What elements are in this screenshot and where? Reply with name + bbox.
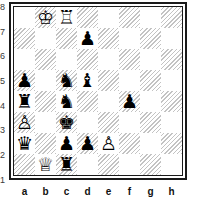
rank-label-1: 1: [0, 174, 8, 186]
file-label-d: d: [77, 186, 98, 197]
square-a6[interactable]: [14, 49, 35, 70]
square-f4[interactable]: ♟: [119, 91, 140, 112]
square-b3[interactable]: [35, 112, 56, 133]
rank-label-7: 7: [0, 26, 8, 38]
file-label-g: g: [140, 186, 161, 197]
square-b4[interactable]: [35, 91, 56, 112]
square-f1[interactable]: [119, 154, 140, 175]
square-h4[interactable]: [161, 91, 182, 112]
square-a7[interactable]: [14, 28, 35, 49]
square-d2[interactable]: ♟: [77, 133, 98, 154]
file-label-h: h: [161, 186, 182, 197]
rank-label-6: 6: [0, 50, 8, 62]
chess-diagram: 87654321 ♔♖♟♟♞♝♜♞♟♙♚♛♟♟♙♕♜ abcdefgh: [0, 0, 200, 204]
piece-black-pawn: ♟: [119, 91, 140, 112]
square-f5[interactable]: [119, 70, 140, 91]
square-g8[interactable]: [140, 7, 161, 28]
square-c8[interactable]: ♖: [56, 7, 77, 28]
square-a8[interactable]: [14, 7, 35, 28]
square-g6[interactable]: [140, 49, 161, 70]
square-h5[interactable]: [161, 70, 182, 91]
piece-black-rook: ♜: [56, 154, 77, 175]
square-h6[interactable]: [161, 49, 182, 70]
square-h8[interactable]: [161, 7, 182, 28]
square-e3[interactable]: [98, 112, 119, 133]
square-d1[interactable]: [77, 154, 98, 175]
square-c5[interactable]: ♞: [56, 70, 77, 91]
square-e6[interactable]: [98, 49, 119, 70]
square-e7[interactable]: [98, 28, 119, 49]
square-h1[interactable]: [161, 154, 182, 175]
file-label-b: b: [35, 186, 56, 197]
piece-black-pawn: ♟: [14, 70, 35, 91]
piece-white-king: ♔: [35, 7, 56, 28]
square-f2[interactable]: [119, 133, 140, 154]
square-h2[interactable]: [161, 133, 182, 154]
piece-black-pawn: ♟: [77, 28, 98, 49]
file-label-e: e: [98, 186, 119, 197]
piece-black-bishop: ♝: [77, 70, 98, 91]
chess-board-frame: ♔♖♟♟♞♝♜♞♟♙♚♛♟♟♙♕♜: [9, 2, 187, 180]
square-c2[interactable]: ♟: [56, 133, 77, 154]
square-d7[interactable]: ♟: [77, 28, 98, 49]
square-d8[interactable]: [77, 7, 98, 28]
square-b5[interactable]: [35, 70, 56, 91]
square-c1[interactable]: ♜: [56, 154, 77, 175]
piece-white-queen: ♕: [35, 154, 56, 175]
square-d3[interactable]: [77, 112, 98, 133]
square-g2[interactable]: [140, 133, 161, 154]
square-f8[interactable]: [119, 7, 140, 28]
square-e4[interactable]: [98, 91, 119, 112]
piece-white-pawn: ♙: [14, 112, 35, 133]
square-g1[interactable]: [140, 154, 161, 175]
piece-white-rook: ♖: [56, 7, 77, 28]
chess-board-border: ♔♖♟♟♞♝♜♞♟♙♚♛♟♟♙♕♜: [13, 6, 183, 176]
square-c3[interactable]: ♚: [56, 112, 77, 133]
square-h7[interactable]: [161, 28, 182, 49]
piece-black-knight: ♞: [56, 91, 77, 112]
square-g7[interactable]: [140, 28, 161, 49]
square-e2[interactable]: ♙: [98, 133, 119, 154]
piece-black-knight: ♞: [56, 70, 77, 91]
rank-label-5: 5: [0, 75, 8, 87]
file-label-a: a: [14, 186, 35, 197]
square-c4[interactable]: ♞: [56, 91, 77, 112]
rank-label-2: 2: [0, 149, 8, 161]
square-c7[interactable]: [56, 28, 77, 49]
square-h3[interactable]: [161, 112, 182, 133]
square-d5[interactable]: ♝: [77, 70, 98, 91]
rank-label-3: 3: [0, 124, 8, 136]
chess-board: ♔♖♟♟♞♝♜♞♟♙♚♛♟♟♙♕♜: [14, 7, 182, 175]
square-f7[interactable]: [119, 28, 140, 49]
piece-black-queen: ♛: [14, 133, 35, 154]
piece-black-pawn: ♟: [56, 133, 77, 154]
file-label-f: f: [119, 186, 140, 197]
square-d6[interactable]: [77, 49, 98, 70]
square-e1[interactable]: [98, 154, 119, 175]
square-c6[interactable]: [56, 49, 77, 70]
square-b2[interactable]: [35, 133, 56, 154]
square-b6[interactable]: [35, 49, 56, 70]
square-e5[interactable]: [98, 70, 119, 91]
piece-black-rook: ♜: [14, 91, 35, 112]
piece-white-pawn: ♙: [98, 133, 119, 154]
square-g3[interactable]: [140, 112, 161, 133]
file-label-c: c: [56, 186, 77, 197]
rank-label-8: 8: [0, 1, 8, 13]
square-e8[interactable]: [98, 7, 119, 28]
square-f6[interactable]: [119, 49, 140, 70]
piece-black-pawn: ♟: [77, 133, 98, 154]
square-a2[interactable]: ♛: [14, 133, 35, 154]
square-d4[interactable]: [77, 91, 98, 112]
square-a1[interactable]: [14, 154, 35, 175]
square-a4[interactable]: ♜: [14, 91, 35, 112]
square-g5[interactable]: [140, 70, 161, 91]
square-a5[interactable]: ♟: [14, 70, 35, 91]
square-f3[interactable]: [119, 112, 140, 133]
rank-label-4: 4: [0, 100, 8, 112]
square-a3[interactable]: ♙: [14, 112, 35, 133]
square-g4[interactable]: [140, 91, 161, 112]
square-b8[interactable]: ♔: [35, 7, 56, 28]
square-b1[interactable]: ♕: [35, 154, 56, 175]
piece-black-king: ♚: [56, 112, 77, 133]
square-b7[interactable]: [35, 28, 56, 49]
